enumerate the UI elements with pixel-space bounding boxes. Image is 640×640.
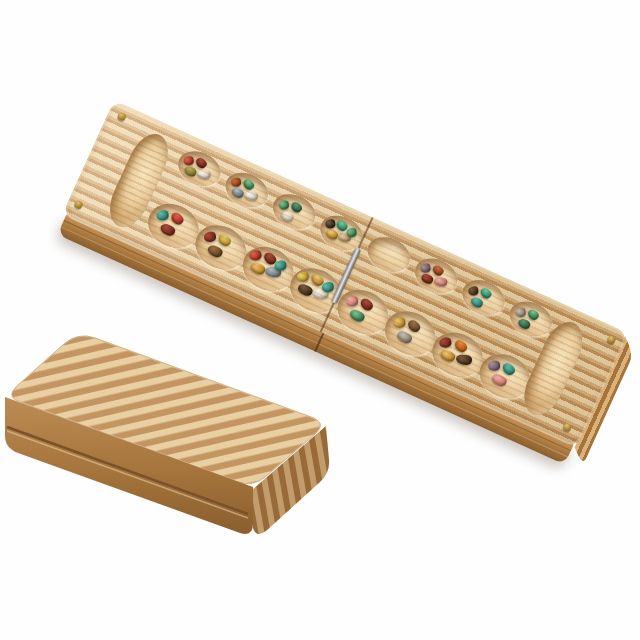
stone-maroon [262, 250, 279, 267]
pit-top-5[interactable] [362, 231, 415, 278]
stone-green [346, 227, 358, 237]
stone-red [169, 210, 186, 227]
stone-yellow [217, 232, 234, 249]
stone-brown [406, 318, 423, 335]
stone-maroon [439, 337, 453, 349]
stone-green [527, 307, 541, 321]
stone-rust [230, 176, 242, 186]
brass-screw-icon [606, 335, 617, 346]
stone-black [325, 218, 337, 228]
stone-white [244, 190, 258, 200]
stone-jade [479, 286, 493, 300]
stone-orange [453, 338, 470, 355]
pit-top-6[interactable] [410, 252, 463, 299]
product-photo [0, 0, 640, 640]
stone-amber [392, 317, 406, 329]
stone-green [242, 177, 256, 191]
stone-purple [420, 262, 432, 272]
stone-white [281, 210, 296, 223]
stone-teal [470, 296, 485, 309]
stone-dark-green [290, 200, 304, 214]
stone-dark-brown [455, 353, 472, 365]
stone-teal [155, 209, 169, 221]
stone-olive [183, 165, 198, 178]
stone-dark-brown [296, 282, 313, 297]
closed-folded-board [0, 323, 345, 553]
stone-pink [345, 295, 359, 307]
stone-amber [249, 261, 266, 276]
stone-green [278, 199, 290, 209]
pit-top-1[interactable] [173, 145, 226, 192]
stone-blue-gray [264, 266, 281, 278]
stone-amber [309, 271, 326, 288]
stone-maroon [359, 296, 376, 313]
stone-blue-gray [230, 186, 245, 199]
stone-teal [501, 361, 518, 378]
stone-pink [433, 276, 447, 286]
stone-maroon [420, 272, 435, 285]
stone-amber [324, 228, 339, 241]
stone-pink [490, 373, 507, 388]
stone-yellow [296, 271, 310, 283]
stone-tan [337, 232, 351, 242]
stone-dark-green [517, 317, 532, 330]
stone-purple [487, 360, 501, 372]
stone-red [183, 155, 195, 165]
stone-rust [431, 263, 445, 277]
stone-gray [515, 307, 527, 317]
pit-top-7[interactable] [457, 274, 510, 321]
brass-screw-icon [562, 422, 573, 433]
stone-gray [395, 330, 412, 345]
stone-jade [335, 219, 349, 233]
brass-screw-icon [116, 111, 127, 122]
stone-maroon [203, 231, 217, 243]
stone-brown [206, 244, 223, 259]
stone-green [348, 308, 365, 323]
stone-dark-brown [468, 285, 480, 295]
stone-amber [439, 348, 456, 363]
stone-maroon [158, 222, 175, 237]
brass-screw-icon [73, 199, 84, 210]
stone-white [197, 169, 211, 179]
pit-top-2[interactable] [220, 166, 273, 213]
stone-red [249, 249, 263, 261]
stone-teal [321, 281, 335, 293]
stone-teal [274, 260, 288, 272]
pit-top-3[interactable] [267, 188, 320, 235]
stone-maroon [195, 156, 209, 170]
stone-white [311, 287, 328, 299]
